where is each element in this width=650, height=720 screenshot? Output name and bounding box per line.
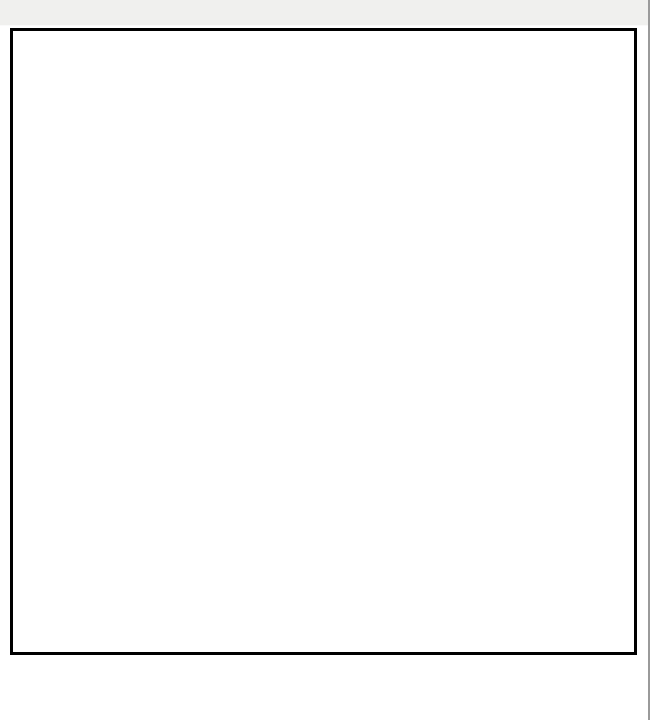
sudoku-board (10, 28, 637, 655)
window-top-strip (0, 0, 650, 26)
elimination-highlight-layer (13, 31, 634, 652)
chain-overlay (13, 31, 634, 652)
